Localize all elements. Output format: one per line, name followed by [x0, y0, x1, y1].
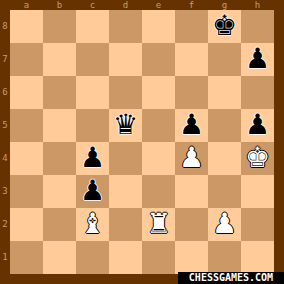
square-c4: ♟: [76, 142, 109, 175]
square-g8: ♚: [208, 10, 241, 43]
square-g2: ♟: [208, 208, 241, 241]
square-c2: ♝: [76, 208, 109, 241]
rank-label-8: 8: [0, 10, 10, 43]
square-f8: [175, 10, 208, 43]
square-f2: [175, 208, 208, 241]
square-g3: [208, 175, 241, 208]
square-f7: [175, 43, 208, 76]
chess-diagram: abcdefgh 87654321 ♚♟♛♟♟♟♟♚♟♝♜♟ CHESSGAME…: [0, 0, 284, 284]
rank-labels: 87654321: [0, 10, 10, 274]
square-g7: [208, 43, 241, 76]
square-g6: [208, 76, 241, 109]
file-label-c: c: [76, 0, 109, 10]
square-h1: [241, 241, 274, 274]
file-label-e: e: [142, 0, 175, 10]
square-c5: [76, 109, 109, 142]
square-e3: [142, 175, 175, 208]
square-d6: [109, 76, 142, 109]
white-pawn: ♟: [208, 208, 241, 241]
square-a2: [10, 208, 43, 241]
white-pawn: ♟: [175, 142, 208, 175]
square-d3: [109, 175, 142, 208]
square-f4: ♟: [175, 142, 208, 175]
file-label-h: h: [241, 0, 274, 10]
square-a4: [10, 142, 43, 175]
file-label-b: b: [43, 0, 76, 10]
square-f6: [175, 76, 208, 109]
site-credit: CHESSGAMES.COM: [178, 272, 284, 284]
black-pawn: ♟: [175, 109, 208, 142]
square-d2: [109, 208, 142, 241]
square-d5: ♛: [109, 109, 142, 142]
square-c3: ♟: [76, 175, 109, 208]
square-a3: [10, 175, 43, 208]
square-f5: ♟: [175, 109, 208, 142]
black-pawn: ♟: [76, 175, 109, 208]
square-g5: [208, 109, 241, 142]
square-c1: [76, 241, 109, 274]
site-credit-text: CHESSGAMES.COM: [189, 272, 273, 283]
square-h4: ♚: [241, 142, 274, 175]
black-king: ♚: [208, 10, 241, 43]
square-f3: [175, 175, 208, 208]
square-c6: [76, 76, 109, 109]
rank-label-4: 4: [0, 142, 10, 175]
black-pawn: ♟: [76, 142, 109, 175]
square-c8: [76, 10, 109, 43]
square-h3: [241, 175, 274, 208]
square-b5: [43, 109, 76, 142]
black-pawn: ♟: [241, 109, 274, 142]
square-d1: [109, 241, 142, 274]
black-queen: ♛: [109, 109, 142, 142]
square-b1: [43, 241, 76, 274]
square-h7: ♟: [241, 43, 274, 76]
square-d8: [109, 10, 142, 43]
white-rook: ♜: [142, 208, 175, 241]
square-d4: [109, 142, 142, 175]
square-b7: [43, 43, 76, 76]
square-e7: [142, 43, 175, 76]
rank-label-2: 2: [0, 208, 10, 241]
square-a7: [10, 43, 43, 76]
square-e4: [142, 142, 175, 175]
rank-label-7: 7: [0, 43, 10, 76]
square-g1: [208, 241, 241, 274]
square-c7: [76, 43, 109, 76]
file-label-a: a: [10, 0, 43, 10]
square-b2: [43, 208, 76, 241]
square-e2: ♜: [142, 208, 175, 241]
white-bishop: ♝: [76, 208, 109, 241]
chess-board: ♚♟♛♟♟♟♟♚♟♝♜♟: [10, 10, 274, 274]
square-b3: [43, 175, 76, 208]
square-h5: ♟: [241, 109, 274, 142]
square-e8: [142, 10, 175, 43]
square-d7: [109, 43, 142, 76]
square-g4: [208, 142, 241, 175]
square-h2: [241, 208, 274, 241]
square-a5: [10, 109, 43, 142]
white-king: ♚: [241, 142, 274, 175]
square-b8: [43, 10, 76, 43]
square-f1: [175, 241, 208, 274]
file-label-f: f: [175, 0, 208, 10]
square-e1: [142, 241, 175, 274]
black-pawn: ♟: [241, 43, 274, 76]
square-a6: [10, 76, 43, 109]
square-a8: [10, 10, 43, 43]
rank-label-5: 5: [0, 109, 10, 142]
square-e5: [142, 109, 175, 142]
square-b6: [43, 76, 76, 109]
square-b4: [43, 142, 76, 175]
square-h8: [241, 10, 274, 43]
rank-label-3: 3: [0, 175, 10, 208]
rank-label-1: 1: [0, 241, 10, 274]
file-label-d: d: [109, 0, 142, 10]
rank-label-6: 6: [0, 76, 10, 109]
square-a1: [10, 241, 43, 274]
square-h6: [241, 76, 274, 109]
square-e6: [142, 76, 175, 109]
